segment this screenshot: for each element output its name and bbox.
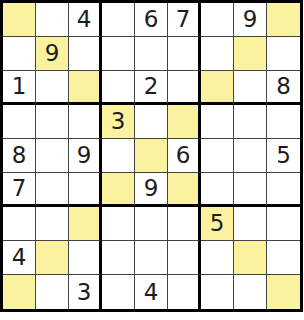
cell-r1c8[interactable]: 9 (234, 3, 267, 37)
cell-r3c2[interactable] (36, 71, 69, 105)
cell-r9c3[interactable]: 3 (69, 275, 102, 309)
cell-r1c5[interactable]: 6 (135, 3, 168, 37)
cell-r8c1[interactable]: 4 (3, 241, 36, 275)
sudoku-board: 4679912838965795434 (0, 0, 303, 312)
cell-r3c5[interactable]: 2 (135, 71, 168, 105)
cell-r5c9[interactable]: 5 (267, 139, 300, 173)
cell-r1c4[interactable] (102, 3, 135, 37)
cell-r6c5[interactable]: 9 (135, 173, 168, 207)
cell-r2c5[interactable] (135, 37, 168, 71)
cell-r3c3[interactable] (69, 71, 102, 105)
cell-r4c7[interactable] (201, 105, 234, 139)
cell-r3c6[interactable] (168, 71, 201, 105)
cell-r7c1[interactable] (3, 207, 36, 241)
cell-r9c1[interactable] (3, 275, 36, 309)
cell-r7c4[interactable] (102, 207, 135, 241)
cell-r9c7[interactable] (201, 275, 234, 309)
cell-r9c4[interactable] (102, 275, 135, 309)
cell-r2c8[interactable] (234, 37, 267, 71)
cell-r5c2[interactable] (36, 139, 69, 173)
cell-r6c6[interactable] (168, 173, 201, 207)
cell-r4c2[interactable] (36, 105, 69, 139)
cell-r5c1[interactable]: 8 (3, 139, 36, 173)
cell-r5c6[interactable]: 6 (168, 139, 201, 173)
cell-r7c5[interactable] (135, 207, 168, 241)
cell-r8c3[interactable] (69, 241, 102, 275)
cell-r9c5[interactable]: 4 (135, 275, 168, 309)
cell-r5c7[interactable] (201, 139, 234, 173)
cell-r3c8[interactable] (234, 71, 267, 105)
cell-r4c5[interactable] (135, 105, 168, 139)
cell-r3c9[interactable]: 8 (267, 71, 300, 105)
cell-r9c2[interactable] (36, 275, 69, 309)
cell-r2c7[interactable] (201, 37, 234, 71)
cell-r4c8[interactable] (234, 105, 267, 139)
cell-r5c4[interactable] (102, 139, 135, 173)
cell-r5c5[interactable] (135, 139, 168, 173)
cell-r7c2[interactable] (36, 207, 69, 241)
sudoku-page: 4679912838965795434 (0, 0, 304, 320)
cell-r4c9[interactable] (267, 105, 300, 139)
cell-r8c2[interactable] (36, 241, 69, 275)
cell-r7c8[interactable] (234, 207, 267, 241)
cell-r8c8[interactable] (234, 241, 267, 275)
cell-r4c3[interactable] (69, 105, 102, 139)
cell-r4c1[interactable] (3, 105, 36, 139)
cell-r1c6[interactable]: 7 (168, 3, 201, 37)
cell-r8c4[interactable] (102, 241, 135, 275)
cell-r1c7[interactable] (201, 3, 234, 37)
cell-r2c4[interactable] (102, 37, 135, 71)
cell-r3c7[interactable] (201, 71, 234, 105)
cell-r9c6[interactable] (168, 275, 201, 309)
cell-r6c4[interactable] (102, 173, 135, 207)
cell-r9c9[interactable] (267, 275, 300, 309)
cell-r2c9[interactable] (267, 37, 300, 71)
cell-r5c3[interactable]: 9 (69, 139, 102, 173)
cell-r3c1[interactable]: 1 (3, 71, 36, 105)
cell-r7c7[interactable]: 5 (201, 207, 234, 241)
cell-r7c9[interactable] (267, 207, 300, 241)
cell-r3c4[interactable] (102, 71, 135, 105)
cell-r2c1[interactable] (3, 37, 36, 71)
cell-r4c4[interactable]: 3 (102, 105, 135, 139)
cell-r4c6[interactable] (168, 105, 201, 139)
cell-r8c5[interactable] (135, 241, 168, 275)
cell-r6c2[interactable] (36, 173, 69, 207)
cell-r6c8[interactable] (234, 173, 267, 207)
cell-r5c8[interactable] (234, 139, 267, 173)
cell-r6c3[interactable] (69, 173, 102, 207)
cell-r2c3[interactable] (69, 37, 102, 71)
cell-r1c2[interactable] (36, 3, 69, 37)
cell-r7c6[interactable] (168, 207, 201, 241)
cell-r6c9[interactable] (267, 173, 300, 207)
cell-r1c1[interactable] (3, 3, 36, 37)
cell-r1c3[interactable]: 4 (69, 3, 102, 37)
cell-r1c9[interactable] (267, 3, 300, 37)
cell-r8c9[interactable] (267, 241, 300, 275)
cell-r2c2[interactable]: 9 (36, 37, 69, 71)
cell-r6c7[interactable] (201, 173, 234, 207)
cell-r9c8[interactable] (234, 275, 267, 309)
cell-r7c3[interactable] (69, 207, 102, 241)
cell-r8c7[interactable] (201, 241, 234, 275)
cell-r6c1[interactable]: 7 (3, 173, 36, 207)
cell-r2c6[interactable] (168, 37, 201, 71)
cell-r8c6[interactable] (168, 241, 201, 275)
